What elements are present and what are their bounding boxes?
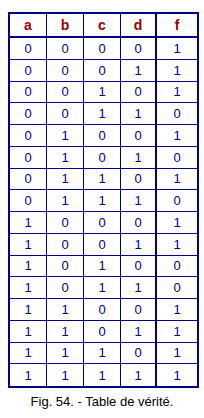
cell-row5-f: 1 xyxy=(157,125,197,147)
figure-caption: Fig. 54. - Table de vérité. xyxy=(0,393,204,410)
column-header-f: f xyxy=(157,14,197,38)
cell-row16-d: 1 xyxy=(121,364,157,386)
cell-row2-d: 1 xyxy=(121,60,157,82)
cell-row4-a: 0 xyxy=(10,103,47,125)
cell-row2-c: 0 xyxy=(84,60,121,82)
cell-row7-a: 0 xyxy=(10,169,47,191)
cell-row10-b: 0 xyxy=(47,234,84,256)
cell-row14-a: 1 xyxy=(10,321,47,343)
cell-row3-f: 1 xyxy=(157,82,197,104)
cell-row1-b: 0 xyxy=(47,38,84,60)
cell-row2-b: 0 xyxy=(47,60,84,82)
cell-row13-d: 0 xyxy=(121,299,157,321)
cell-row10-f: 1 xyxy=(157,234,197,256)
cell-row5-b: 1 xyxy=(47,125,84,147)
cell-row11-d: 0 xyxy=(121,256,157,278)
cell-row6-f: 0 xyxy=(157,147,197,169)
cell-row2-a: 0 xyxy=(10,60,47,82)
cell-row1-a: 0 xyxy=(10,38,47,60)
cell-row7-c: 1 xyxy=(84,169,121,191)
cell-row12-f: 0 xyxy=(157,277,197,299)
cell-row2-f: 1 xyxy=(157,60,197,82)
cell-row16-f: 1 xyxy=(157,364,197,386)
cell-row10-c: 0 xyxy=(84,234,121,256)
cell-row3-b: 0 xyxy=(47,82,84,104)
cell-row12-d: 1 xyxy=(121,277,157,299)
cell-row15-b: 1 xyxy=(47,343,84,365)
cell-row11-a: 1 xyxy=(10,256,47,278)
cell-row4-b: 0 xyxy=(47,103,84,125)
cell-row7-b: 1 xyxy=(47,169,84,191)
cell-row8-b: 1 xyxy=(47,190,84,212)
cell-row8-d: 1 xyxy=(121,190,157,212)
cell-row5-c: 0 xyxy=(84,125,121,147)
cell-row9-a: 1 xyxy=(10,212,47,234)
cell-row5-a: 0 xyxy=(10,125,47,147)
cell-row16-c: 1 xyxy=(84,364,121,386)
cell-row10-a: 1 xyxy=(10,234,47,256)
cell-row6-a: 0 xyxy=(10,147,47,169)
cell-row14-d: 1 xyxy=(121,321,157,343)
column-header-b: b xyxy=(47,14,84,38)
cell-row9-c: 0 xyxy=(84,212,121,234)
cell-row8-a: 0 xyxy=(10,190,47,212)
cell-row4-f: 0 xyxy=(157,103,197,125)
cell-row11-b: 0 xyxy=(47,256,84,278)
cell-row8-f: 0 xyxy=(157,190,197,212)
cell-row13-f: 1 xyxy=(157,299,197,321)
cell-row7-d: 0 xyxy=(121,169,157,191)
cell-row8-c: 1 xyxy=(84,190,121,212)
cell-row15-c: 1 xyxy=(84,343,121,365)
cell-row14-c: 0 xyxy=(84,321,121,343)
cell-row14-f: 1 xyxy=(157,321,197,343)
cell-row6-c: 0 xyxy=(84,147,121,169)
cell-row11-f: 0 xyxy=(157,256,197,278)
cell-row15-a: 1 xyxy=(10,343,47,365)
cell-row1-c: 0 xyxy=(84,38,121,60)
cell-row5-d: 0 xyxy=(121,125,157,147)
cell-row7-f: 1 xyxy=(157,169,197,191)
column-header-c: c xyxy=(84,14,121,38)
cell-row3-c: 1 xyxy=(84,82,121,104)
cell-row13-b: 1 xyxy=(47,299,84,321)
cell-row6-d: 1 xyxy=(121,147,157,169)
cell-row4-c: 1 xyxy=(84,103,121,125)
cell-row13-a: 1 xyxy=(10,299,47,321)
cell-row3-d: 0 xyxy=(121,82,157,104)
cell-row11-c: 1 xyxy=(84,256,121,278)
cell-row12-a: 1 xyxy=(10,277,47,299)
cell-row15-d: 0 xyxy=(121,343,157,365)
cell-row12-c: 1 xyxy=(84,277,121,299)
truth-table-grid: abcdf00001000110010100110010010101001101… xyxy=(8,12,199,388)
cell-row9-f: 1 xyxy=(157,212,197,234)
column-header-d: d xyxy=(121,14,157,38)
cell-row1-f: 1 xyxy=(157,38,197,60)
cell-row9-d: 0 xyxy=(121,212,157,234)
cell-row6-b: 1 xyxy=(47,147,84,169)
cell-row4-d: 1 xyxy=(121,103,157,125)
cell-row12-b: 0 xyxy=(47,277,84,299)
cell-row15-f: 1 xyxy=(157,343,197,365)
cell-row1-d: 0 xyxy=(121,38,157,60)
cell-row16-a: 1 xyxy=(10,364,47,386)
cell-row14-b: 1 xyxy=(47,321,84,343)
cell-row16-b: 1 xyxy=(47,364,84,386)
cell-row13-c: 0 xyxy=(84,299,121,321)
cell-row9-b: 0 xyxy=(47,212,84,234)
cell-row3-a: 0 xyxy=(10,82,47,104)
cell-row10-d: 1 xyxy=(121,234,157,256)
column-header-a: a xyxy=(10,14,47,38)
